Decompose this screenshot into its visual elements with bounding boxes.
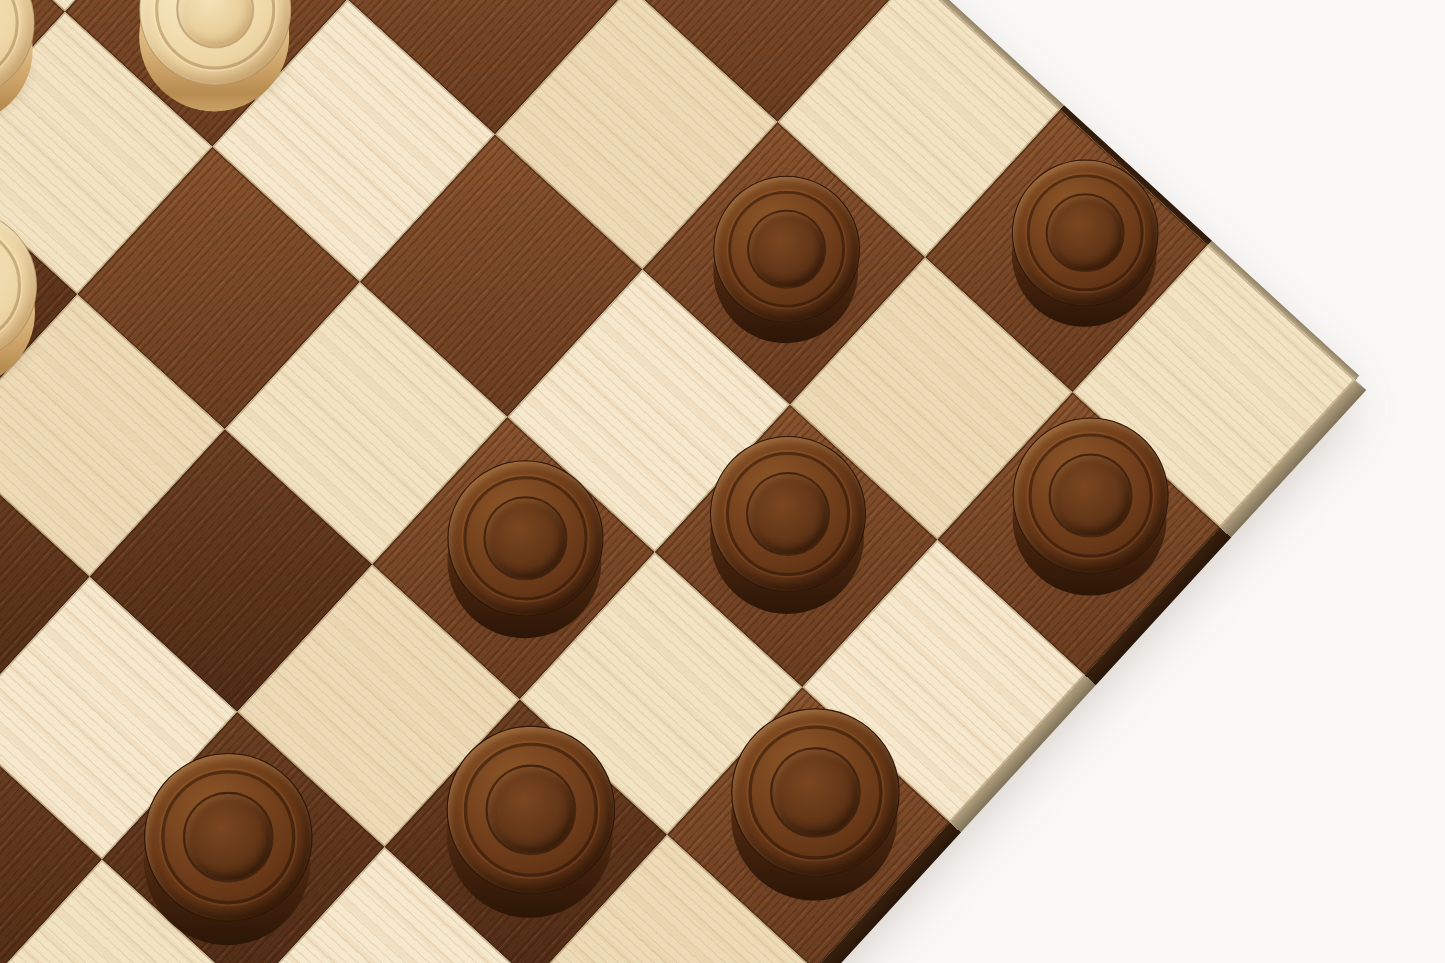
checker-ring-dome [748, 210, 826, 288]
checker-top-face [710, 436, 866, 592]
checker-ring-dome [176, 0, 254, 48]
checker-ring-dome [746, 472, 829, 555]
checker-top-face [447, 460, 603, 616]
checker-top-face [731, 708, 899, 876]
checker-top-face [144, 753, 312, 921]
checker-ring-dome [1049, 454, 1132, 537]
checker-ring-dome [183, 792, 273, 882]
checker-ring-dome [771, 748, 861, 838]
checkers-board [0, 0, 1355, 963]
checker-ring-dome [484, 497, 567, 580]
checker-top-face [447, 726, 615, 894]
checker-ring-dome [1046, 194, 1124, 272]
checker-ring-dome [486, 765, 576, 855]
checker-top-face [1013, 418, 1169, 574]
checker-top-face [1012, 160, 1159, 307]
photo-stage: checkers (draughts) on a wooden chessboa… [0, 0, 1445, 963]
checker-top-face [713, 176, 860, 323]
